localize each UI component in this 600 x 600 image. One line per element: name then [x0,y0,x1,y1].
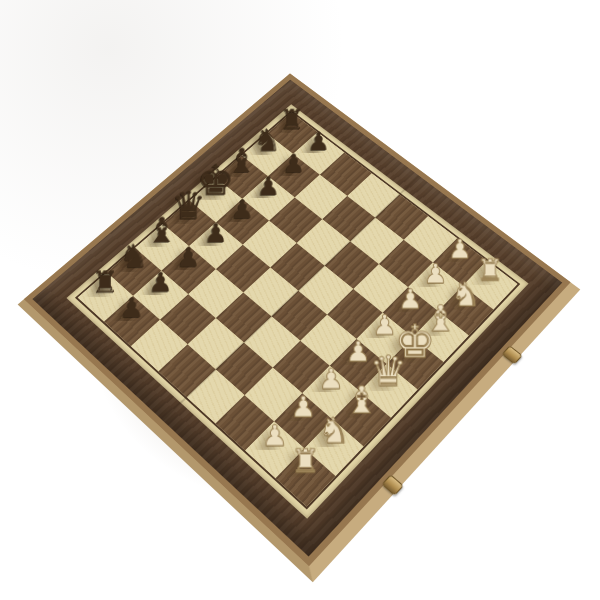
piece-black-pawn-b7[interactable]: ♟ [141,269,180,295]
folding-chess-board: ♜♟♟♜♞♟♟♞♝♟♟♝♚♟♟♚♛♟♟♛♝♟♟♝♞♟♟♞♜♟♟♜ [18,74,581,583]
piece-black-pawn-f7[interactable]: ♟ [250,174,287,198]
piece-white-rook-a1[interactable]: ♜ [284,446,326,477]
piece-black-pawn-g7[interactable]: ♟ [276,151,313,175]
piece-black-pawn-d7[interactable]: ♟ [197,221,235,246]
piece-black-pawn-h7[interactable]: ♟ [301,129,337,153]
piece-black-pawn-a7[interactable]: ♟ [112,295,151,321]
square-a1[interactable]: ♜ [276,448,336,506]
piece-black-pawn-c7[interactable]: ♟ [169,245,207,270]
photo-stage: ♜♟♟♜♞♟♟♞♝♟♟♝♚♟♟♚♛♟♟♛♝♟♟♝♞♟♟♞♜♟♟♜ [0,0,600,600]
piece-black-pawn-e7[interactable]: ♟ [224,197,262,222]
chess-board-3d-wrapper: ♜♟♟♜♞♟♟♞♝♟♟♝♚♟♟♚♛♟♟♛♝♟♟♝♞♟♟♞♜♟♟♜ [18,74,581,583]
